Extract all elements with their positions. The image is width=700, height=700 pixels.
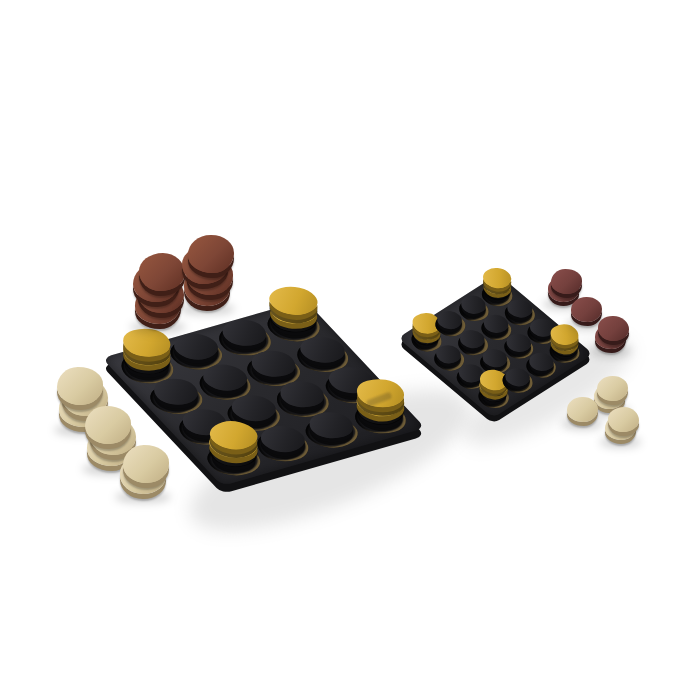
product-photo-scene	[0, 0, 700, 700]
cream-disc[interactable]	[123, 445, 169, 483]
maroon-disc[interactable]	[551, 269, 582, 294]
cream-disc[interactable]	[57, 367, 103, 405]
maroon-disc[interactable]	[139, 253, 185, 291]
maroon-disc[interactable]	[188, 235, 234, 273]
cream-disc[interactable]	[567, 397, 598, 422]
cream-stack[interactable]	[120, 445, 166, 499]
cream-disc[interactable]	[597, 376, 628, 401]
cream-disc[interactable]	[608, 407, 639, 432]
maroon-stack[interactable]	[184, 235, 230, 311]
cream-stack[interactable]	[605, 407, 636, 444]
maroon-stack[interactable]	[135, 253, 181, 329]
cream-disc[interactable]	[85, 406, 131, 444]
maroon-stack[interactable]	[595, 316, 626, 353]
cream-stack[interactable]	[567, 397, 598, 426]
maroon-disc[interactable]	[598, 316, 629, 341]
